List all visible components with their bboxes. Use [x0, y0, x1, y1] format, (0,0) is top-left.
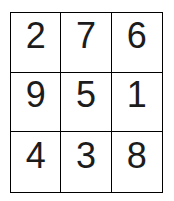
cell-value: 9	[26, 77, 46, 113]
cell-value: 5	[76, 77, 96, 113]
cell-r3c3: 8	[112, 132, 162, 192]
cell-value: 4	[26, 138, 46, 174]
cell-value: 3	[76, 138, 96, 174]
cell-r3c2: 3	[61, 132, 111, 192]
cell-r2c1: 9	[11, 73, 61, 133]
cell-r2c2: 5	[61, 73, 111, 133]
cell-r2c3: 1	[112, 73, 162, 133]
magic-square-board: 2 7 6 9 5 1 4 3 8	[10, 12, 163, 193]
cell-value: 2	[26, 18, 46, 54]
cell-value: 6	[127, 18, 147, 54]
cell-r3c1: 4	[11, 132, 61, 192]
cell-value: 7	[76, 18, 96, 54]
cell-r1c1: 2	[11, 13, 61, 73]
cell-r1c2: 7	[61, 13, 111, 73]
cell-r1c3: 6	[112, 13, 162, 73]
cell-value: 8	[127, 138, 147, 174]
cell-value: 1	[127, 77, 147, 113]
puzzle-diagram: 2 7 6 9 5 1 4 3 8	[0, 0, 174, 201]
